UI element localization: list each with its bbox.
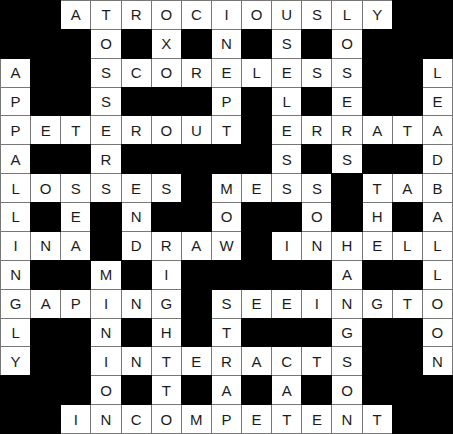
cell-r2c8[interactable]: L bbox=[242, 59, 271, 87]
block-r0c0 bbox=[1, 1, 30, 29]
block-r12c12 bbox=[363, 347, 392, 375]
cell-r0c7[interactable]: I bbox=[212, 1, 241, 29]
cell-r4c9[interactable]: E bbox=[272, 116, 301, 144]
cell-r10c2[interactable]: P bbox=[61, 290, 90, 318]
cell-r10c5[interactable]: G bbox=[152, 290, 181, 318]
cell-r10c12[interactable]: G bbox=[363, 290, 392, 318]
cell-r6c3[interactable]: S bbox=[91, 174, 120, 202]
cell-r12c6[interactable]: E bbox=[182, 347, 211, 375]
block-r1c1 bbox=[31, 30, 60, 58]
cell-r12c14[interactable]: N bbox=[423, 347, 452, 375]
block-r10c6 bbox=[182, 290, 211, 318]
block-r3c1 bbox=[31, 88, 60, 116]
cell-r14c9[interactable]: T bbox=[272, 405, 301, 433]
block-r11c4 bbox=[122, 319, 151, 347]
block-r7c6 bbox=[182, 203, 211, 231]
cell-r5c3[interactable]: R bbox=[91, 145, 120, 173]
block-r13c6 bbox=[182, 376, 211, 404]
cell-r2c11[interactable]: S bbox=[332, 59, 361, 87]
block-r8c8 bbox=[242, 232, 271, 260]
block-r3c2 bbox=[61, 88, 90, 116]
block-r11c12 bbox=[363, 319, 392, 347]
cell-r4c5[interactable]: O bbox=[152, 116, 181, 144]
block-r11c6 bbox=[182, 319, 211, 347]
cell-r4c1[interactable]: E bbox=[31, 116, 60, 144]
block-r5c2 bbox=[61, 145, 90, 173]
cell-r1c7[interactable]: N bbox=[212, 30, 241, 58]
block-r5c8 bbox=[242, 145, 271, 173]
cell-r13c3[interactable]: O bbox=[91, 376, 120, 404]
block-r13c10 bbox=[302, 376, 331, 404]
cell-r6c4[interactable]: E bbox=[122, 174, 151, 202]
cell-r10c3[interactable]: I bbox=[91, 290, 120, 318]
cell-r4c11[interactable]: R bbox=[332, 116, 361, 144]
block-r9c7 bbox=[212, 261, 241, 289]
cell-r4c12[interactable]: A bbox=[363, 116, 392, 144]
cell-r4c13[interactable]: T bbox=[393, 116, 422, 144]
block-r1c2 bbox=[61, 30, 90, 58]
cell-r8c2[interactable]: A bbox=[61, 232, 90, 260]
cell-r3c9[interactable]: L bbox=[272, 88, 301, 116]
cell-r9c5[interactable]: I bbox=[152, 261, 181, 289]
block-r13c2 bbox=[61, 376, 90, 404]
cell-r13c9[interactable]: A bbox=[272, 376, 301, 404]
cell-r14c7[interactable]: P bbox=[212, 405, 241, 433]
block-r13c4 bbox=[122, 376, 151, 404]
cell-r10c9[interactable]: E bbox=[272, 290, 301, 318]
cell-r11c14[interactable]: O bbox=[423, 319, 452, 347]
block-r12c13 bbox=[393, 347, 422, 375]
cell-r11c11[interactable]: G bbox=[332, 319, 361, 347]
cell-r8c12[interactable]: E bbox=[363, 232, 392, 260]
cell-r0c5[interactable]: O bbox=[152, 1, 181, 29]
block-r0c13 bbox=[393, 1, 422, 29]
block-r3c4 bbox=[122, 88, 151, 116]
block-r2c12 bbox=[363, 59, 392, 87]
cell-r8c0[interactable]: I bbox=[1, 232, 30, 260]
cell-r2c7[interactable]: E bbox=[212, 59, 241, 87]
cell-r2c9[interactable]: E bbox=[272, 59, 301, 87]
cell-r8c1[interactable]: N bbox=[31, 232, 60, 260]
block-r12c2 bbox=[61, 347, 90, 375]
cell-r8c5[interactable]: R bbox=[152, 232, 181, 260]
cell-r10c11[interactable]: N bbox=[332, 290, 361, 318]
block-r2c13 bbox=[393, 59, 422, 87]
cell-r5c0[interactable]: A bbox=[1, 145, 30, 173]
cell-r4c3[interactable]: E bbox=[91, 116, 120, 144]
cell-r6c10[interactable]: S bbox=[302, 174, 331, 202]
block-r9c12 bbox=[363, 261, 392, 289]
cell-r14c3[interactable]: N bbox=[91, 405, 120, 433]
cell-r12c8[interactable]: A bbox=[242, 347, 271, 375]
cell-r8c6[interactable]: A bbox=[182, 232, 211, 260]
block-r2c2 bbox=[61, 59, 90, 87]
cell-r0c6[interactable]: C bbox=[182, 1, 211, 29]
cell-r14c4[interactable]: C bbox=[122, 405, 151, 433]
cell-r3c11[interactable]: E bbox=[332, 88, 361, 116]
cell-r13c11[interactable]: O bbox=[332, 376, 361, 404]
block-r14c13 bbox=[393, 405, 422, 433]
cell-r0c3[interactable]: T bbox=[91, 1, 120, 29]
block-r9c13 bbox=[393, 261, 422, 289]
block-r3c5 bbox=[152, 88, 181, 116]
block-r7c1 bbox=[31, 203, 60, 231]
block-r6c11 bbox=[332, 174, 361, 202]
cell-r7c12[interactable]: H bbox=[363, 203, 392, 231]
cell-r0c2[interactable]: A bbox=[61, 1, 90, 29]
cell-r14c5[interactable]: O bbox=[152, 405, 181, 433]
block-r0c1 bbox=[31, 1, 60, 29]
cell-r12c0[interactable]: Y bbox=[1, 347, 30, 375]
cell-r12c9[interactable]: C bbox=[272, 347, 301, 375]
cell-r10c1[interactable]: A bbox=[31, 290, 60, 318]
cell-r14c8[interactable]: E bbox=[242, 405, 271, 433]
cell-r12c7[interactable]: R bbox=[212, 347, 241, 375]
block-r9c2 bbox=[61, 261, 90, 289]
cell-r10c14[interactable]: O bbox=[423, 290, 452, 318]
cell-r14c10[interactable]: E bbox=[302, 405, 331, 433]
cell-r14c11[interactable]: N bbox=[332, 405, 361, 433]
cell-r5c11[interactable]: S bbox=[332, 145, 361, 173]
cell-r14c2[interactable]: I bbox=[61, 405, 90, 433]
block-r5c5 bbox=[152, 145, 181, 173]
cell-r13c5[interactable]: T bbox=[152, 376, 181, 404]
block-r7c3 bbox=[91, 203, 120, 231]
cell-r12c4[interactable]: N bbox=[122, 347, 151, 375]
cell-r11c3[interactable]: N bbox=[91, 319, 120, 347]
block-r5c4 bbox=[122, 145, 151, 173]
block-r7c11 bbox=[332, 203, 361, 231]
block-r11c13 bbox=[393, 319, 422, 347]
block-r11c8 bbox=[242, 319, 271, 347]
cell-r4c2[interactable]: T bbox=[61, 116, 90, 144]
cell-r8c10[interactable]: N bbox=[302, 232, 331, 260]
cell-r3c14[interactable]: E bbox=[423, 88, 452, 116]
block-r3c6 bbox=[182, 88, 211, 116]
block-r7c8 bbox=[242, 203, 271, 231]
cell-r12c3[interactable]: I bbox=[91, 347, 120, 375]
cell-r7c7[interactable]: O bbox=[212, 203, 241, 231]
cell-r6c2[interactable]: S bbox=[61, 174, 90, 202]
cell-r9c14[interactable]: L bbox=[423, 261, 452, 289]
block-r9c9 bbox=[272, 261, 301, 289]
block-r12c1 bbox=[31, 347, 60, 375]
cell-r7c2[interactable]: E bbox=[61, 203, 90, 231]
block-r3c12 bbox=[363, 88, 392, 116]
block-r9c8 bbox=[242, 261, 271, 289]
cell-r10c10[interactable]: I bbox=[302, 290, 331, 318]
cell-r9c11[interactable]: A bbox=[332, 261, 361, 289]
block-r14c0 bbox=[1, 405, 30, 433]
cell-r0c12[interactable]: Y bbox=[363, 1, 392, 29]
cell-r6c1[interactable]: O bbox=[31, 174, 60, 202]
cell-r11c7[interactable]: T bbox=[212, 319, 241, 347]
block-r11c9 bbox=[272, 319, 301, 347]
cell-r8c13[interactable]: L bbox=[393, 232, 422, 260]
cell-r1c3[interactable]: O bbox=[91, 30, 120, 58]
cell-r1c5[interactable]: X bbox=[152, 30, 181, 58]
block-r11c2 bbox=[61, 319, 90, 347]
cell-r10c7[interactable]: S bbox=[212, 290, 241, 318]
cell-r2c10[interactable]: S bbox=[302, 59, 331, 87]
block-r13c0 bbox=[1, 376, 30, 404]
cell-r7c0[interactable]: L bbox=[1, 203, 30, 231]
block-r4c8 bbox=[242, 116, 271, 144]
block-r5c10 bbox=[302, 145, 331, 173]
cell-r8c4[interactable]: D bbox=[122, 232, 151, 260]
cell-r13c7[interactable]: A bbox=[212, 376, 241, 404]
block-r1c0 bbox=[1, 30, 30, 58]
block-r3c13 bbox=[393, 88, 422, 116]
cell-r2c4[interactable]: C bbox=[122, 59, 151, 87]
block-r5c7 bbox=[212, 145, 241, 173]
cell-r1c11[interactable]: O bbox=[332, 30, 361, 58]
cell-r0c10[interactable]: S bbox=[302, 1, 331, 29]
block-r1c6 bbox=[182, 30, 211, 58]
block-r5c6 bbox=[182, 145, 211, 173]
cell-r12c11[interactable]: S bbox=[332, 347, 361, 375]
cell-r4c10[interactable]: R bbox=[302, 116, 331, 144]
block-r1c10 bbox=[302, 30, 331, 58]
cell-r14c12[interactable]: T bbox=[363, 405, 392, 433]
cell-r10c13[interactable]: T bbox=[393, 290, 422, 318]
cell-r4c0[interactable]: P bbox=[1, 116, 30, 144]
block-r14c14 bbox=[423, 405, 452, 433]
cell-r6c7[interactable]: M bbox=[212, 174, 241, 202]
cell-r4c6[interactable]: U bbox=[182, 116, 211, 144]
block-r9c10 bbox=[302, 261, 331, 289]
block-r9c1 bbox=[31, 261, 60, 289]
cell-r2c5[interactable]: O bbox=[152, 59, 181, 87]
cell-r6c8[interactable]: E bbox=[242, 174, 271, 202]
crossword-board: ATROCIOUSLYOXNSOASCORELESSLPSPLEEPETEROU… bbox=[0, 0, 453, 434]
cell-r6c5[interactable]: S bbox=[152, 174, 181, 202]
cell-r14c6[interactable]: M bbox=[182, 405, 211, 433]
block-r5c1 bbox=[31, 145, 60, 173]
block-r11c1 bbox=[31, 319, 60, 347]
cell-r8c9[interactable]: I bbox=[272, 232, 301, 260]
cell-r9c3[interactable]: M bbox=[91, 261, 120, 289]
cell-r12c10[interactable]: T bbox=[302, 347, 331, 375]
cell-r2c0[interactable]: A bbox=[1, 59, 30, 87]
cell-r11c5[interactable]: H bbox=[152, 319, 181, 347]
cell-r9c0[interactable]: N bbox=[1, 261, 30, 289]
block-r3c10 bbox=[302, 88, 331, 116]
block-r7c9 bbox=[272, 203, 301, 231]
block-r14c1 bbox=[31, 405, 60, 433]
cell-r10c4[interactable]: N bbox=[122, 290, 151, 318]
cell-r4c14[interactable]: A bbox=[423, 116, 452, 144]
cell-r5c14[interactable]: D bbox=[423, 145, 452, 173]
block-r6c6 bbox=[182, 174, 211, 202]
block-r11c10 bbox=[302, 319, 331, 347]
cell-r6c0[interactable]: L bbox=[1, 174, 30, 202]
block-r3c8 bbox=[242, 88, 271, 116]
cell-r7c4[interactable]: N bbox=[122, 203, 151, 231]
cell-r2c14[interactable]: L bbox=[423, 59, 452, 87]
block-r1c14 bbox=[423, 30, 452, 58]
cell-r4c4[interactable]: R bbox=[122, 116, 151, 144]
block-r13c14 bbox=[423, 376, 452, 404]
cell-r8c7[interactable]: W bbox=[212, 232, 241, 260]
cell-r5c9[interactable]: S bbox=[272, 145, 301, 173]
block-r5c13 bbox=[393, 145, 422, 173]
block-r7c5 bbox=[152, 203, 181, 231]
block-r1c8 bbox=[242, 30, 271, 58]
block-r13c8 bbox=[242, 376, 271, 404]
cell-r8c11[interactable]: H bbox=[332, 232, 361, 260]
cell-r6c14[interactable]: B bbox=[423, 174, 452, 202]
cell-r12c5[interactable]: T bbox=[152, 347, 181, 375]
block-r9c6 bbox=[182, 261, 211, 289]
block-r1c12 bbox=[363, 30, 392, 58]
block-r1c13 bbox=[393, 30, 422, 58]
cell-r3c3[interactable]: S bbox=[91, 88, 120, 116]
cell-r4c7[interactable]: T bbox=[212, 116, 241, 144]
block-r2c1 bbox=[31, 59, 60, 87]
cell-r0c11[interactable]: L bbox=[332, 1, 361, 29]
block-r13c12 bbox=[363, 376, 392, 404]
block-r8c3 bbox=[91, 232, 120, 260]
cell-r0c9[interactable]: U bbox=[272, 1, 301, 29]
cell-r7c14[interactable]: A bbox=[423, 203, 452, 231]
block-r13c13 bbox=[393, 376, 422, 404]
cell-r10c0[interactable]: G bbox=[1, 290, 30, 318]
cell-r6c12[interactable]: T bbox=[363, 174, 392, 202]
block-r5c12 bbox=[363, 145, 392, 173]
cell-r3c0[interactable]: P bbox=[1, 88, 30, 116]
block-r9c4 bbox=[122, 261, 151, 289]
cell-r6c13[interactable]: A bbox=[393, 174, 422, 202]
cell-r0c4[interactable]: R bbox=[122, 1, 151, 29]
block-r0c14 bbox=[423, 1, 452, 29]
block-r1c4 bbox=[122, 30, 151, 58]
cell-r7c10[interactable]: O bbox=[302, 203, 331, 231]
cell-r2c6[interactable]: R bbox=[182, 59, 211, 87]
cell-r2c3[interactable]: S bbox=[91, 59, 120, 87]
cell-r8c14[interactable]: L bbox=[423, 232, 452, 260]
block-r13c1 bbox=[31, 376, 60, 404]
cell-r3c7[interactable]: P bbox=[212, 88, 241, 116]
cell-r10c8[interactable]: E bbox=[242, 290, 271, 318]
cell-r11c0[interactable]: L bbox=[1, 319, 30, 347]
cell-r1c9[interactable]: S bbox=[272, 30, 301, 58]
block-r7c13 bbox=[393, 203, 422, 231]
cell-r0c8[interactable]: O bbox=[242, 1, 271, 29]
cell-r6c9[interactable]: S bbox=[272, 174, 301, 202]
